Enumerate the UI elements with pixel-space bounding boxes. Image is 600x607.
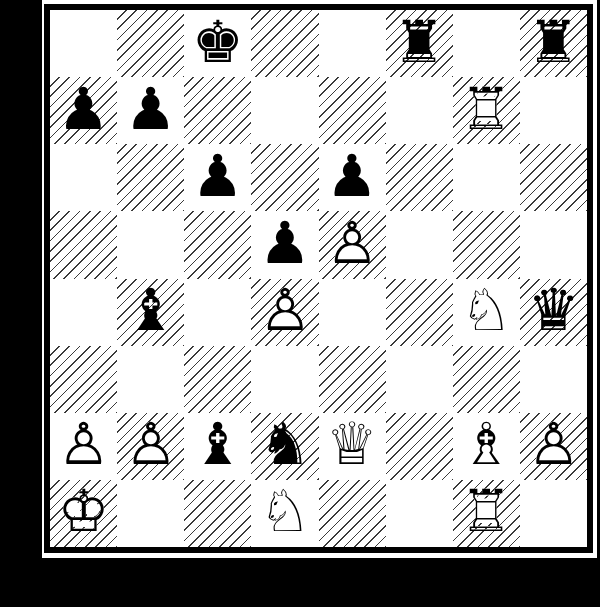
square-a6[interactable] [50,144,117,211]
white-knight-icon: ♘ [251,480,318,547]
square-c8[interactable]: ♚ [184,10,251,77]
square-c6[interactable]: ♟ [184,144,251,211]
piece-white-queen: ♛♕ [319,413,386,480]
piece-white-rook: ♜♖ [453,77,520,144]
white-pawn-icon: ♙ [520,413,587,480]
piece-black-pawn: ♟ [50,77,117,144]
square-b4[interactable]: ♝ [117,279,184,346]
square-b3[interactable] [117,346,184,413]
black-queen-icon: ♛ [520,279,587,346]
square-h4[interactable]: ♛ [520,279,587,346]
piece-white-king: ♚♔ [50,480,117,547]
black-knight-icon: ♞ [251,413,318,480]
piece-black-bishop: ♝ [184,413,251,480]
piece-black-pawn: ♟ [117,77,184,144]
square-c7[interactable] [184,77,251,144]
black-bishop-icon: ♝ [184,413,251,480]
square-f3[interactable] [386,346,453,413]
board-frame: ♚♜♜♟♟♜♖♟♟♟♟♙♝♟♙♞♘♛♟♙♟♙♝♞♛♕♝♗♟♙♚♔♞♘♜♖ [44,4,593,553]
piece-white-pawn: ♟♙ [520,413,587,480]
square-d7[interactable] [251,77,318,144]
square-h2[interactable]: ♟♙ [520,413,587,480]
square-d2[interactable]: ♞ [251,413,318,480]
piece-white-rook: ♜♖ [453,480,520,547]
square-h7[interactable] [520,77,587,144]
black-pawn-icon: ♟ [184,144,251,211]
square-d8[interactable] [251,10,318,77]
square-e7[interactable] [319,77,386,144]
piece-black-pawn: ♟ [319,144,386,211]
black-pawn-icon: ♟ [251,211,318,278]
square-f6[interactable] [386,144,453,211]
square-d1[interactable]: ♞♘ [251,480,318,547]
piece-white-pawn: ♟♙ [319,211,386,278]
square-f7[interactable] [386,77,453,144]
square-a5[interactable] [50,211,117,278]
square-g8[interactable] [453,10,520,77]
square-h3[interactable] [520,346,587,413]
diagram-page: ♚♜♜♟♟♜♖♟♟♟♟♙♝♟♙♞♘♛♟♙♟♙♝♞♛♕♝♗♟♙♚♔♞♘♜♖ [42,0,597,558]
square-e5[interactable]: ♟♙ [319,211,386,278]
square-g3[interactable] [453,346,520,413]
square-f1[interactable] [386,480,453,547]
square-a4[interactable] [50,279,117,346]
square-a3[interactable] [50,346,117,413]
piece-white-pawn: ♟♙ [117,413,184,480]
piece-black-rook: ♜ [520,10,587,77]
white-queen-icon: ♕ [319,413,386,480]
square-f2[interactable] [386,413,453,480]
piece-black-rook: ♜ [386,10,453,77]
square-d3[interactable] [251,346,318,413]
square-e2[interactable]: ♛♕ [319,413,386,480]
square-b5[interactable] [117,211,184,278]
black-rook-icon: ♜ [520,10,587,77]
square-f4[interactable] [386,279,453,346]
black-pawn-icon: ♟ [319,144,386,211]
white-pawn-icon: ♙ [50,413,117,480]
square-g6[interactable] [453,144,520,211]
square-a1[interactable]: ♚♔ [50,480,117,547]
white-pawn-icon: ♙ [251,279,318,346]
square-g2[interactable]: ♝♗ [453,413,520,480]
square-g7[interactable]: ♜♖ [453,77,520,144]
square-a8[interactable] [50,10,117,77]
square-h1[interactable] [520,480,587,547]
square-g1[interactable]: ♜♖ [453,480,520,547]
square-d5[interactable]: ♟ [251,211,318,278]
square-b2[interactable]: ♟♙ [117,413,184,480]
piece-black-pawn: ♟ [251,211,318,278]
square-b7[interactable]: ♟ [117,77,184,144]
square-a7[interactable]: ♟ [50,77,117,144]
piece-white-knight: ♞♘ [453,279,520,346]
square-c4[interactable] [184,279,251,346]
square-c5[interactable] [184,211,251,278]
white-knight-icon: ♘ [453,279,520,346]
square-b6[interactable] [117,144,184,211]
square-b8[interactable] [117,10,184,77]
square-h6[interactable] [520,144,587,211]
piece-white-knight: ♞♘ [251,480,318,547]
white-rook-icon: ♖ [453,480,520,547]
black-bishop-icon: ♝ [117,279,184,346]
white-king-icon: ♔ [50,480,117,547]
square-e1[interactable] [319,480,386,547]
square-f8[interactable]: ♜ [386,10,453,77]
white-rook-icon: ♖ [453,77,520,144]
black-king-icon: ♚ [184,10,251,77]
square-a2[interactable]: ♟♙ [50,413,117,480]
square-h8[interactable]: ♜ [520,10,587,77]
square-d4[interactable]: ♟♙ [251,279,318,346]
black-pawn-icon: ♟ [50,77,117,144]
piece-black-bishop: ♝ [117,279,184,346]
piece-black-pawn: ♟ [184,144,251,211]
chess-board: ♚♜♜♟♟♜♖♟♟♟♟♙♝♟♙♞♘♛♟♙♟♙♝♞♛♕♝♗♟♙♚♔♞♘♜♖ [50,10,587,547]
piece-black-queen: ♛ [520,279,587,346]
square-f5[interactable] [386,211,453,278]
square-e8[interactable] [319,10,386,77]
square-g4[interactable]: ♞♘ [453,279,520,346]
square-e3[interactable] [319,346,386,413]
square-c1[interactable] [184,480,251,547]
square-e4[interactable] [319,279,386,346]
white-pawn-icon: ♙ [319,211,386,278]
square-g5[interactable] [453,211,520,278]
square-b1[interactable] [117,480,184,547]
piece-black-knight: ♞ [251,413,318,480]
square-c2[interactable]: ♝ [184,413,251,480]
square-h5[interactable] [520,211,587,278]
piece-white-bishop: ♝♗ [453,413,520,480]
black-pawn-icon: ♟ [117,77,184,144]
square-e6[interactable]: ♟ [319,144,386,211]
piece-white-pawn: ♟♙ [50,413,117,480]
white-pawn-icon: ♙ [117,413,184,480]
square-d6[interactable] [251,144,318,211]
white-bishop-icon: ♗ [453,413,520,480]
square-c3[interactable] [184,346,251,413]
piece-white-pawn: ♟♙ [251,279,318,346]
black-rook-icon: ♜ [386,10,453,77]
piece-black-king: ♚ [184,10,251,77]
